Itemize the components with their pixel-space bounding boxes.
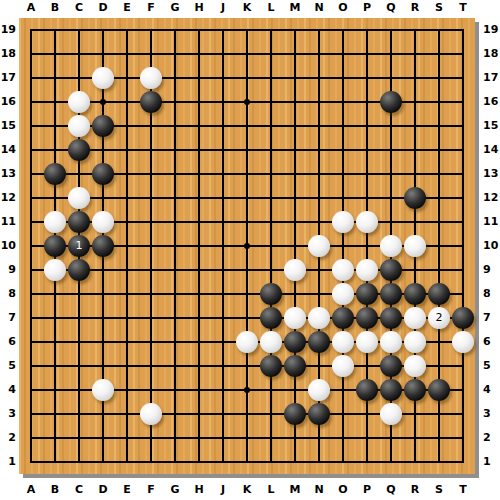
intersection-O5[interactable]	[331, 354, 355, 378]
intersection-C6[interactable]	[67, 330, 91, 354]
intersection-O1[interactable]	[331, 450, 355, 474]
intersection-J3[interactable]	[211, 402, 235, 426]
intersection-B15[interactable]	[43, 114, 67, 138]
intersection-G12[interactable]	[163, 186, 187, 210]
intersection-D8[interactable]	[91, 282, 115, 306]
intersection-G5[interactable]	[163, 354, 187, 378]
intersection-H4[interactable]	[187, 378, 211, 402]
intersection-J12[interactable]	[211, 186, 235, 210]
intersection-S16[interactable]	[427, 90, 451, 114]
intersection-P12[interactable]	[355, 186, 379, 210]
intersection-D19[interactable]	[91, 18, 115, 42]
intersection-G9[interactable]	[163, 258, 187, 282]
intersection-E11[interactable]	[115, 210, 139, 234]
intersection-H17[interactable]	[187, 66, 211, 90]
intersection-R3[interactable]	[403, 402, 427, 426]
intersection-B13[interactable]	[43, 162, 67, 186]
intersection-Q8[interactable]	[379, 282, 403, 306]
intersection-P11[interactable]	[355, 210, 379, 234]
intersection-J10[interactable]	[211, 234, 235, 258]
intersection-S2[interactable]	[427, 426, 451, 450]
intersection-T7[interactable]	[451, 306, 475, 330]
intersection-R14[interactable]	[403, 138, 427, 162]
intersection-O2[interactable]	[331, 426, 355, 450]
intersection-L17[interactable]	[259, 66, 283, 90]
intersection-L16[interactable]	[259, 90, 283, 114]
intersection-C18[interactable]	[67, 42, 91, 66]
intersection-T19[interactable]	[451, 18, 475, 42]
intersection-L5[interactable]	[259, 354, 283, 378]
intersection-T17[interactable]	[451, 66, 475, 90]
intersection-G10[interactable]	[163, 234, 187, 258]
intersection-S3[interactable]	[427, 402, 451, 426]
intersection-Q10[interactable]	[379, 234, 403, 258]
intersection-Q12[interactable]	[379, 186, 403, 210]
intersection-F14[interactable]	[139, 138, 163, 162]
intersection-K18[interactable]	[235, 42, 259, 66]
intersection-P3[interactable]	[355, 402, 379, 426]
intersection-T11[interactable]	[451, 210, 475, 234]
intersection-A15[interactable]	[19, 114, 43, 138]
intersection-C2[interactable]	[67, 426, 91, 450]
intersection-R4[interactable]	[403, 378, 427, 402]
intersection-B3[interactable]	[43, 402, 67, 426]
intersection-D15[interactable]	[91, 114, 115, 138]
intersection-L2[interactable]	[259, 426, 283, 450]
intersection-D5[interactable]	[91, 354, 115, 378]
intersection-M6[interactable]	[283, 330, 307, 354]
intersection-A2[interactable]	[19, 426, 43, 450]
intersection-O8[interactable]	[331, 282, 355, 306]
intersection-C5[interactable]	[67, 354, 91, 378]
intersection-S17[interactable]	[427, 66, 451, 90]
intersection-J17[interactable]	[211, 66, 235, 90]
intersection-N5[interactable]	[307, 354, 331, 378]
intersection-Q1[interactable]	[379, 450, 403, 474]
intersection-M19[interactable]	[283, 18, 307, 42]
intersection-G16[interactable]	[163, 90, 187, 114]
intersection-F18[interactable]	[139, 42, 163, 66]
intersection-Q7[interactable]	[379, 306, 403, 330]
intersection-F19[interactable]	[139, 18, 163, 42]
intersection-C4[interactable]	[67, 378, 91, 402]
intersection-A9[interactable]	[19, 258, 43, 282]
intersection-E17[interactable]	[115, 66, 139, 90]
intersection-A7[interactable]	[19, 306, 43, 330]
intersection-Q19[interactable]	[379, 18, 403, 42]
intersection-T4[interactable]	[451, 378, 475, 402]
intersection-F5[interactable]	[139, 354, 163, 378]
intersection-D18[interactable]	[91, 42, 115, 66]
intersection-C19[interactable]	[67, 18, 91, 42]
intersection-H6[interactable]	[187, 330, 211, 354]
intersection-L6[interactable]	[259, 330, 283, 354]
intersection-C10[interactable]: 1	[67, 234, 91, 258]
intersection-T10[interactable]	[451, 234, 475, 258]
intersection-D6[interactable]	[91, 330, 115, 354]
intersection-F7[interactable]	[139, 306, 163, 330]
intersection-T13[interactable]	[451, 162, 475, 186]
intersection-B12[interactable]	[43, 186, 67, 210]
intersection-L3[interactable]	[259, 402, 283, 426]
intersection-D10[interactable]	[91, 234, 115, 258]
intersection-H16[interactable]	[187, 90, 211, 114]
intersection-B6[interactable]	[43, 330, 67, 354]
intersection-L14[interactable]	[259, 138, 283, 162]
intersection-Q17[interactable]	[379, 66, 403, 90]
intersection-F10[interactable]	[139, 234, 163, 258]
intersection-M4[interactable]	[283, 378, 307, 402]
intersection-J9[interactable]	[211, 258, 235, 282]
intersection-E1[interactable]	[115, 450, 139, 474]
intersection-A11[interactable]	[19, 210, 43, 234]
intersection-N18[interactable]	[307, 42, 331, 66]
intersection-Q9[interactable]	[379, 258, 403, 282]
intersection-D9[interactable]	[91, 258, 115, 282]
intersection-J4[interactable]	[211, 378, 235, 402]
intersection-B8[interactable]	[43, 282, 67, 306]
intersection-O13[interactable]	[331, 162, 355, 186]
intersection-K19[interactable]	[235, 18, 259, 42]
intersection-A16[interactable]	[19, 90, 43, 114]
intersection-D14[interactable]	[91, 138, 115, 162]
intersection-F11[interactable]	[139, 210, 163, 234]
intersection-M5[interactable]	[283, 354, 307, 378]
intersection-F1[interactable]	[139, 450, 163, 474]
intersection-M13[interactable]	[283, 162, 307, 186]
intersection-O7[interactable]	[331, 306, 355, 330]
intersection-F4[interactable]	[139, 378, 163, 402]
intersection-A10[interactable]	[19, 234, 43, 258]
intersection-R19[interactable]	[403, 18, 427, 42]
intersection-E7[interactable]	[115, 306, 139, 330]
intersection-O10[interactable]	[331, 234, 355, 258]
intersection-L10[interactable]	[259, 234, 283, 258]
intersection-A8[interactable]	[19, 282, 43, 306]
intersection-N9[interactable]	[307, 258, 331, 282]
intersection-M8[interactable]	[283, 282, 307, 306]
intersection-B4[interactable]	[43, 378, 67, 402]
intersection-R8[interactable]	[403, 282, 427, 306]
intersection-G3[interactable]	[163, 402, 187, 426]
intersection-O11[interactable]	[331, 210, 355, 234]
intersection-A18[interactable]	[19, 42, 43, 66]
intersection-S8[interactable]	[427, 282, 451, 306]
intersection-P7[interactable]	[355, 306, 379, 330]
intersection-C15[interactable]	[67, 114, 91, 138]
intersection-E4[interactable]	[115, 378, 139, 402]
intersection-T1[interactable]	[451, 450, 475, 474]
intersection-P2[interactable]	[355, 426, 379, 450]
intersection-E8[interactable]	[115, 282, 139, 306]
intersection-Q13[interactable]	[379, 162, 403, 186]
intersection-P6[interactable]	[355, 330, 379, 354]
intersection-M12[interactable]	[283, 186, 307, 210]
intersection-L4[interactable]	[259, 378, 283, 402]
intersection-D17[interactable]	[91, 66, 115, 90]
intersection-L1[interactable]	[259, 450, 283, 474]
intersection-K15[interactable]	[235, 114, 259, 138]
intersection-K16[interactable]	[235, 90, 259, 114]
intersection-P18[interactable]	[355, 42, 379, 66]
intersection-S13[interactable]	[427, 162, 451, 186]
intersection-E12[interactable]	[115, 186, 139, 210]
intersection-P13[interactable]	[355, 162, 379, 186]
intersection-D7[interactable]	[91, 306, 115, 330]
intersection-O14[interactable]	[331, 138, 355, 162]
intersection-P16[interactable]	[355, 90, 379, 114]
intersection-S4[interactable]	[427, 378, 451, 402]
intersection-S5[interactable]	[427, 354, 451, 378]
intersection-G14[interactable]	[163, 138, 187, 162]
intersection-Q11[interactable]	[379, 210, 403, 234]
intersection-J11[interactable]	[211, 210, 235, 234]
intersection-K12[interactable]	[235, 186, 259, 210]
intersection-L13[interactable]	[259, 162, 283, 186]
intersection-G18[interactable]	[163, 42, 187, 66]
intersection-A12[interactable]	[19, 186, 43, 210]
intersection-H5[interactable]	[187, 354, 211, 378]
intersection-G2[interactable]	[163, 426, 187, 450]
intersection-N15[interactable]	[307, 114, 331, 138]
intersection-C3[interactable]	[67, 402, 91, 426]
intersection-P1[interactable]	[355, 450, 379, 474]
intersection-P17[interactable]	[355, 66, 379, 90]
intersection-C16[interactable]	[67, 90, 91, 114]
intersection-H15[interactable]	[187, 114, 211, 138]
intersection-A1[interactable]	[19, 450, 43, 474]
intersection-T15[interactable]	[451, 114, 475, 138]
intersection-O12[interactable]	[331, 186, 355, 210]
intersection-S6[interactable]	[427, 330, 451, 354]
intersection-O16[interactable]	[331, 90, 355, 114]
intersection-N1[interactable]	[307, 450, 331, 474]
intersection-J19[interactable]	[211, 18, 235, 42]
intersection-G6[interactable]	[163, 330, 187, 354]
intersection-R6[interactable]	[403, 330, 427, 354]
intersection-Q5[interactable]	[379, 354, 403, 378]
intersection-S11[interactable]	[427, 210, 451, 234]
intersection-B17[interactable]	[43, 66, 67, 90]
intersection-S10[interactable]	[427, 234, 451, 258]
intersection-F15[interactable]	[139, 114, 163, 138]
intersection-D16[interactable]	[91, 90, 115, 114]
intersection-A3[interactable]	[19, 402, 43, 426]
intersection-N17[interactable]	[307, 66, 331, 90]
intersection-J16[interactable]	[211, 90, 235, 114]
intersection-G11[interactable]	[163, 210, 187, 234]
intersection-B16[interactable]	[43, 90, 67, 114]
intersection-H14[interactable]	[187, 138, 211, 162]
intersection-R17[interactable]	[403, 66, 427, 90]
intersection-E6[interactable]	[115, 330, 139, 354]
intersection-L18[interactable]	[259, 42, 283, 66]
intersection-T5[interactable]	[451, 354, 475, 378]
intersection-M10[interactable]	[283, 234, 307, 258]
intersection-J5[interactable]	[211, 354, 235, 378]
intersection-H2[interactable]	[187, 426, 211, 450]
intersection-F9[interactable]	[139, 258, 163, 282]
intersection-R10[interactable]	[403, 234, 427, 258]
intersection-C9[interactable]	[67, 258, 91, 282]
intersection-L11[interactable]	[259, 210, 283, 234]
intersection-R15[interactable]	[403, 114, 427, 138]
intersection-G8[interactable]	[163, 282, 187, 306]
intersection-F13[interactable]	[139, 162, 163, 186]
intersection-K6[interactable]	[235, 330, 259, 354]
intersection-O15[interactable]	[331, 114, 355, 138]
intersection-O4[interactable]	[331, 378, 355, 402]
intersection-R18[interactable]	[403, 42, 427, 66]
intersection-E3[interactable]	[115, 402, 139, 426]
intersection-Q4[interactable]	[379, 378, 403, 402]
intersection-K4[interactable]	[235, 378, 259, 402]
intersection-Q15[interactable]	[379, 114, 403, 138]
intersection-B7[interactable]	[43, 306, 67, 330]
intersection-Q14[interactable]	[379, 138, 403, 162]
intersection-E15[interactable]	[115, 114, 139, 138]
intersection-C17[interactable]	[67, 66, 91, 90]
intersection-E14[interactable]	[115, 138, 139, 162]
intersection-G15[interactable]	[163, 114, 187, 138]
intersection-B5[interactable]	[43, 354, 67, 378]
intersection-R1[interactable]	[403, 450, 427, 474]
intersection-N16[interactable]	[307, 90, 331, 114]
intersection-E18[interactable]	[115, 42, 139, 66]
intersection-R9[interactable]	[403, 258, 427, 282]
intersection-D1[interactable]	[91, 450, 115, 474]
intersection-A17[interactable]	[19, 66, 43, 90]
intersection-S1[interactable]	[427, 450, 451, 474]
intersection-M1[interactable]	[283, 450, 307, 474]
intersection-F3[interactable]	[139, 402, 163, 426]
intersection-B9[interactable]	[43, 258, 67, 282]
intersection-N14[interactable]	[307, 138, 331, 162]
intersection-L8[interactable]	[259, 282, 283, 306]
intersection-Q3[interactable]	[379, 402, 403, 426]
intersection-K7[interactable]	[235, 306, 259, 330]
intersection-T3[interactable]	[451, 402, 475, 426]
intersection-N6[interactable]	[307, 330, 331, 354]
intersection-J15[interactable]	[211, 114, 235, 138]
intersection-N3[interactable]	[307, 402, 331, 426]
intersection-S12[interactable]	[427, 186, 451, 210]
intersection-H12[interactable]	[187, 186, 211, 210]
intersection-R16[interactable]	[403, 90, 427, 114]
intersection-A5[interactable]	[19, 354, 43, 378]
intersection-J6[interactable]	[211, 330, 235, 354]
intersection-H13[interactable]	[187, 162, 211, 186]
intersection-C1[interactable]	[67, 450, 91, 474]
intersection-R2[interactable]	[403, 426, 427, 450]
intersection-O19[interactable]	[331, 18, 355, 42]
intersection-D4[interactable]	[91, 378, 115, 402]
intersection-L7[interactable]	[259, 306, 283, 330]
intersection-T9[interactable]	[451, 258, 475, 282]
intersection-P8[interactable]	[355, 282, 379, 306]
intersection-E5[interactable]	[115, 354, 139, 378]
intersection-M15[interactable]	[283, 114, 307, 138]
intersection-B19[interactable]	[43, 18, 67, 42]
intersection-T18[interactable]	[451, 42, 475, 66]
intersection-N13[interactable]	[307, 162, 331, 186]
intersection-N10[interactable]	[307, 234, 331, 258]
intersection-L12[interactable]	[259, 186, 283, 210]
intersection-K5[interactable]	[235, 354, 259, 378]
intersection-G19[interactable]	[163, 18, 187, 42]
intersection-J2[interactable]	[211, 426, 235, 450]
intersection-M7[interactable]	[283, 306, 307, 330]
intersection-O9[interactable]	[331, 258, 355, 282]
intersection-A13[interactable]	[19, 162, 43, 186]
intersection-Q16[interactable]	[379, 90, 403, 114]
intersection-H11[interactable]	[187, 210, 211, 234]
intersection-Q18[interactable]	[379, 42, 403, 66]
intersection-B10[interactable]	[43, 234, 67, 258]
intersection-P14[interactable]	[355, 138, 379, 162]
intersection-K2[interactable]	[235, 426, 259, 450]
intersection-H8[interactable]	[187, 282, 211, 306]
intersection-M16[interactable]	[283, 90, 307, 114]
intersection-K3[interactable]	[235, 402, 259, 426]
intersection-S9[interactable]	[427, 258, 451, 282]
intersection-P5[interactable]	[355, 354, 379, 378]
intersection-L19[interactable]	[259, 18, 283, 42]
intersection-M9[interactable]	[283, 258, 307, 282]
intersection-P10[interactable]	[355, 234, 379, 258]
intersection-M11[interactable]	[283, 210, 307, 234]
intersection-Q2[interactable]	[379, 426, 403, 450]
intersection-R11[interactable]	[403, 210, 427, 234]
intersection-A6[interactable]	[19, 330, 43, 354]
intersection-J7[interactable]	[211, 306, 235, 330]
intersection-J18[interactable]	[211, 42, 235, 66]
intersection-T16[interactable]	[451, 90, 475, 114]
intersection-B18[interactable]	[43, 42, 67, 66]
intersection-R7[interactable]	[403, 306, 427, 330]
intersection-D2[interactable]	[91, 426, 115, 450]
intersection-F16[interactable]	[139, 90, 163, 114]
intersection-C13[interactable]	[67, 162, 91, 186]
intersection-T14[interactable]	[451, 138, 475, 162]
intersection-D13[interactable]	[91, 162, 115, 186]
intersection-F17[interactable]	[139, 66, 163, 90]
intersection-A4[interactable]	[19, 378, 43, 402]
intersection-P19[interactable]	[355, 18, 379, 42]
intersection-C12[interactable]	[67, 186, 91, 210]
intersection-P4[interactable]	[355, 378, 379, 402]
intersection-D12[interactable]	[91, 186, 115, 210]
intersection-M2[interactable]	[283, 426, 307, 450]
intersection-S14[interactable]	[427, 138, 451, 162]
intersection-K17[interactable]	[235, 66, 259, 90]
intersection-M14[interactable]	[283, 138, 307, 162]
intersection-H7[interactable]	[187, 306, 211, 330]
intersection-L9[interactable]	[259, 258, 283, 282]
intersection-T6[interactable]	[451, 330, 475, 354]
intersection-G7[interactable]	[163, 306, 187, 330]
intersection-F12[interactable]	[139, 186, 163, 210]
intersection-R12[interactable]	[403, 186, 427, 210]
intersection-C8[interactable]	[67, 282, 91, 306]
intersection-P9[interactable]	[355, 258, 379, 282]
intersection-N19[interactable]	[307, 18, 331, 42]
intersection-G4[interactable]	[163, 378, 187, 402]
intersection-S19[interactable]	[427, 18, 451, 42]
intersection-M17[interactable]	[283, 66, 307, 90]
intersection-M18[interactable]	[283, 42, 307, 66]
intersection-H1[interactable]	[187, 450, 211, 474]
